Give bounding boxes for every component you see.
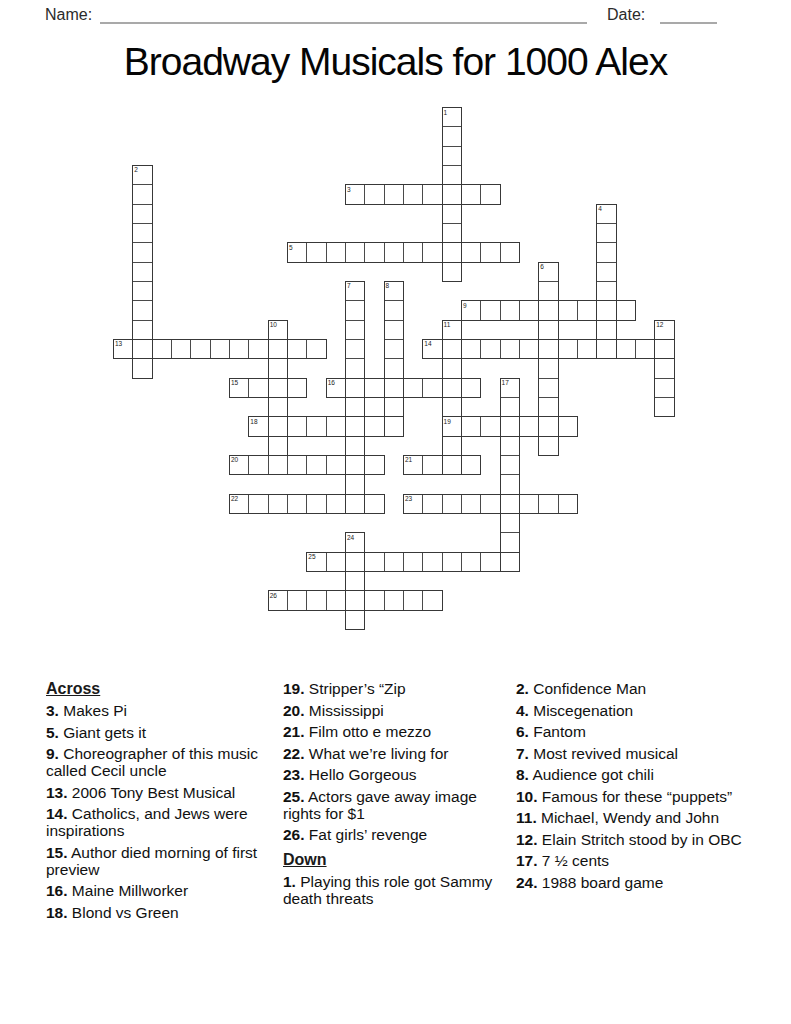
clue-text: Elain Stritch stood by in OBC [538,831,742,848]
cell-r14-c6[interactable] [229,378,249,398]
clue-column-across: Across3. Makes Pi5. Giant gets it9. Chor… [46,680,282,925]
clue-text: Audience got chili [529,766,654,783]
crossword-grid: 1234567891011121314151617181920212223242… [113,107,677,632]
cell-r4-c19[interactable] [480,184,500,204]
cell-r11-c25[interactable] [596,320,616,340]
cell-r14-c8[interactable] [268,378,288,398]
cell-r18-c17[interactable] [442,455,462,475]
cell-r20-c22[interactable] [538,494,558,514]
cell-r15-c8[interactable] [268,397,288,417]
clue-number: 26. [283,826,305,843]
cell-r18-c13[interactable] [364,455,384,475]
cell-r16-c8[interactable] [268,416,288,436]
cell-r12-c10[interactable] [306,339,326,359]
cell-r14-c14[interactable] [384,378,404,398]
cell-r23-c12[interactable] [345,552,365,572]
cell-r7-c11[interactable] [326,242,346,262]
cell-r2-c17[interactable] [442,146,462,166]
cell-r23-c17[interactable] [442,552,462,572]
cell-r20-c9[interactable] [287,494,307,514]
cell-r21-c20[interactable] [500,513,520,533]
cell-r14-c12[interactable] [345,378,365,398]
cell-r10-c25[interactable] [596,300,616,320]
clue-text: Actors gave away image rights for $1 [283,788,477,822]
cell-r6-c25[interactable] [596,223,616,243]
cell-r15-c12[interactable] [345,397,365,417]
cell-r19-c12[interactable] [345,474,365,494]
clue-text: Blond vs Green [68,904,179,921]
cell-r6-c17[interactable] [442,223,462,243]
clue-number: 22. [283,745,305,762]
cell-r4-c1[interactable] [132,184,152,204]
cell-r12-c18[interactable] [461,339,481,359]
cell-r5-c17[interactable] [442,204,462,224]
cell-r23-c11[interactable] [326,552,346,572]
clue-across-26: 26. Fat girls’ revenge [283,826,497,843]
cell-r9-c14[interactable] [384,281,404,301]
cell-r12-c8[interactable] [268,339,288,359]
cell-r18-c9[interactable] [287,455,307,475]
cell-r15-c17[interactable] [442,397,462,417]
clue-text: Catholics, and Jews were inspirations [46,805,248,839]
cell-r16-c23[interactable] [558,416,578,436]
clue-across-18: 18. Blond vs Green [46,904,282,921]
cell-r4-c12[interactable] [345,184,365,204]
cell-r20-c11[interactable] [326,494,346,514]
cell-r12-c21[interactable] [519,339,539,359]
clue-number: 16. [46,882,68,899]
clue-across-20: 20. Mississippi [283,702,497,719]
cell-r12-c19[interactable] [480,339,500,359]
cell-r10-c14[interactable] [384,300,404,320]
cell-r20-c6[interactable] [229,494,249,514]
cell-r25-c8[interactable] [268,590,288,610]
cell-r15-c22[interactable] [538,397,558,417]
cell-r5-c25[interactable] [596,204,616,224]
cell-r10-c21[interactable] [519,300,539,320]
cell-r10-c22[interactable] [538,300,558,320]
clue-text: Hello Gorgeous [305,766,417,783]
cell-r23-c16[interactable] [422,552,442,572]
cell-r8-c17[interactable] [442,262,462,282]
cell-r16-c10[interactable] [306,416,326,436]
cell-r4-c13[interactable] [364,184,384,204]
cell-r18-c6[interactable] [229,455,249,475]
clue-text: Giant gets it [59,724,146,741]
cell-r14-c9[interactable] [287,378,307,398]
cell-r12-c12[interactable] [345,339,365,359]
clue-across-22: 22. What we’re living for [283,745,497,762]
worksheet-page: { "game": "crossword", "title": "Broadwa… [0,0,791,1024]
cell-r10-c20[interactable] [500,300,520,320]
clue-across-9: 9. Choreographer of this music called Ce… [46,745,282,779]
clue-down-1: 1. Playing this role got Sammy death thr… [283,873,497,907]
cell-r8-c25[interactable] [596,262,616,282]
cell-r17-c12[interactable] [345,436,365,456]
cell-r16-c20[interactable] [500,416,520,436]
clue-text: Confidence Man [529,680,646,697]
cell-r14-c7[interactable] [248,378,268,398]
clue-down-10: 10. Famous for these “puppets” [516,788,742,805]
cell-r4-c14[interactable] [384,184,404,204]
cell-r7-c12[interactable] [345,242,365,262]
clue-down-11: 11. Michael, Wendy and John [516,809,742,826]
cell-r12-c1[interactable] [132,339,152,359]
clue-number: 10. [516,788,538,805]
clue-number: 21. [283,723,305,740]
cell-r12-c6[interactable] [229,339,249,359]
clue-number: 8. [516,766,529,783]
clue-down-17: 17. 7 ½ cents [516,852,742,869]
cell-r10-c1[interactable] [132,300,152,320]
cell-r5-c1[interactable] [132,204,152,224]
cell-r10-c23[interactable] [558,300,578,320]
cell-r16-c12[interactable] [345,416,365,436]
clue-number: 13. [46,784,68,801]
cell-r16-c7[interactable] [248,416,268,436]
cell-r14-c15[interactable] [403,378,423,398]
cell-r18-c10[interactable] [306,455,326,475]
cell-r20-c20[interactable] [500,494,520,514]
cell-r17-c22[interactable] [538,436,558,456]
clue-number: 23. [283,766,305,783]
clue-text: 7 ½ cents [538,852,610,869]
cell-r18-c7[interactable] [248,455,268,475]
cell-r24-c12[interactable] [345,571,365,591]
cell-r20-c16[interactable] [422,494,442,514]
clue-across-13: 13. 2006 Tony Best Musical [46,784,282,801]
cell-r10-c18[interactable] [461,300,481,320]
cell-r11-c17[interactable] [442,320,462,340]
name-label: Name: [45,6,92,24]
cell-r14-c22[interactable] [538,378,558,398]
cell-r7-c13[interactable] [364,242,384,262]
clue-number: 25. [283,788,305,805]
cell-r12-c14[interactable] [384,339,404,359]
cell-r9-c12[interactable] [345,281,365,301]
cell-r23-c20[interactable] [500,552,520,572]
cell-r25-c12[interactable] [345,590,365,610]
clue-number: 15. [46,844,68,861]
clue-text: Fat girls’ revenge [305,826,428,843]
cell-r23-c14[interactable] [384,552,404,572]
cell-r4-c17[interactable] [442,184,462,204]
clue-down-7: 7. Most revived musical [516,745,742,762]
clue-number: 5. [46,724,59,741]
clue-text: Playing this role got Sammy death threat… [283,873,492,907]
cell-r12-c16[interactable] [422,339,442,359]
clue-across-19: 19. Stripper’s “Zip [283,680,497,697]
cell-r16-c11[interactable] [326,416,346,436]
cell-r9-c22[interactable] [538,281,558,301]
cell-r13-c1[interactable] [132,358,152,378]
cell-r15-c20[interactable] [500,397,520,417]
cell-r16-c22[interactable] [538,416,558,436]
cell-r12-c4[interactable] [190,339,210,359]
cell-r25-c13[interactable] [364,590,384,610]
cell-r12-c7[interactable] [248,339,268,359]
cell-r8-c1[interactable] [132,262,152,282]
name-fill-line [100,22,587,24]
cell-r25-c10[interactable] [306,590,326,610]
cell-r10-c24[interactable] [577,300,597,320]
clue-down-6: 6. Fantom [516,723,742,740]
puzzle-title: Broadway Musicals for 1000 Alex [0,40,791,84]
cell-r26-c12[interactable] [345,610,365,630]
clue-number: 9. [46,745,59,762]
cell-r11-c1[interactable] [132,320,152,340]
cell-r16-c9[interactable] [287,416,307,436]
cell-r7-c19[interactable] [480,242,500,262]
down-heading: Down [283,851,497,868]
cell-r12-c28[interactable] [654,339,674,359]
cell-r23-c18[interactable] [461,552,481,572]
clue-down-24: 24. 1988 board game [516,874,742,891]
cell-r20-c12[interactable] [345,494,365,514]
across-heading: Across [46,680,282,697]
cell-r4-c16[interactable] [422,184,442,204]
cell-r18-c11[interactable] [326,455,346,475]
cell-r17-c17[interactable] [442,436,462,456]
clue-across-25: 25. Actors gave away image rights for $1 [283,788,497,822]
cell-r18-c20[interactable] [500,455,520,475]
clue-number: 20. [283,702,305,719]
cell-r23-c19[interactable] [480,552,500,572]
cell-r16-c21[interactable] [519,416,539,436]
cell-r7-c15[interactable] [403,242,423,262]
cell-r12-c23[interactable] [558,339,578,359]
clue-number: 19. [283,680,305,697]
clue-number: 12. [516,831,538,848]
clue-text: 2006 Tony Best Musical [68,784,236,801]
cell-r18-c18[interactable] [461,455,481,475]
cell-r23-c15[interactable] [403,552,423,572]
cell-r13-c14[interactable] [384,358,404,378]
cell-r4-c18[interactable] [461,184,481,204]
cell-r10-c19[interactable] [480,300,500,320]
clue-across-21: 21. Film otto e mezzo [283,723,497,740]
cell-r14-c17[interactable] [442,378,462,398]
cell-r12-c24[interactable] [577,339,597,359]
cell-r13-c28[interactable] [654,358,674,378]
clue-text: Makes Pi [59,702,127,719]
cell-r12-c25[interactable] [596,339,616,359]
cell-r18-c15[interactable] [403,455,423,475]
clue-text: Maine Millworker [68,882,189,899]
cell-r3-c1[interactable] [132,165,152,185]
clue-number: 2. [516,680,529,697]
cell-r12-c20[interactable] [500,339,520,359]
cell-r25-c15[interactable] [403,590,423,610]
cell-r16-c14[interactable] [384,416,404,436]
cell-r10-c12[interactable] [345,300,365,320]
clue-text: Famous for these “puppets” [538,788,733,805]
clue-across-23: 23. Hello Gorgeous [283,766,497,783]
clue-across-15: 15. Author died morning of first preview [46,844,282,878]
cell-r16-c13[interactable] [364,416,384,436]
clue-number: 6. [516,723,529,740]
clue-text: Fantom [529,723,586,740]
cell-r20-c8[interactable] [268,494,288,514]
clue-across-14: 14. Catholics, and Jews were inspiration… [46,805,282,839]
cell-r12-c3[interactable] [171,339,191,359]
cell-r13-c8[interactable] [268,358,288,378]
clue-across-3: 3. Makes Pi [46,702,282,719]
clue-across-5: 5. Giant gets it [46,724,282,741]
cell-r1-c17[interactable] [442,126,462,146]
clue-text: Most revived musical [529,745,678,762]
cell-r20-c18[interactable] [461,494,481,514]
clue-text: Film otto e mezzo [305,723,432,740]
clue-number: 17. [516,852,538,869]
cell-r12-c9[interactable] [287,339,307,359]
cell-r16-c19[interactable] [480,416,500,436]
clue-down-8: 8. Audience got chili [516,766,742,783]
cell-r10-c26[interactable] [616,300,636,320]
cell-r7-c1[interactable] [132,242,152,262]
cell-r20-c19[interactable] [480,494,500,514]
clue-text: Author died morning of first preview [46,844,257,878]
cell-r20-c17[interactable] [442,494,462,514]
cell-r14-c13[interactable] [364,378,384,398]
cell-r13-c12[interactable] [345,358,365,378]
cell-r6-c1[interactable] [132,223,152,243]
cell-r25-c16[interactable] [422,590,442,610]
cell-r12-c0[interactable] [113,339,133,359]
cell-r20-c23[interactable] [558,494,578,514]
cell-r25-c11[interactable] [326,590,346,610]
cell-r7-c17[interactable] [442,242,462,262]
cell-r15-c14[interactable] [384,397,404,417]
cell-r23-c10[interactable] [306,552,326,572]
cell-r9-c25[interactable] [596,281,616,301]
clue-text: Miscegenation [529,702,633,719]
clue-text: Stripper’s “Zip [305,680,406,697]
cell-r22-c20[interactable] [500,532,520,552]
cell-r9-c1[interactable] [132,281,152,301]
cell-r7-c16[interactable] [422,242,442,262]
cell-r4-c15[interactable] [403,184,423,204]
cell-r12-c27[interactable] [635,339,655,359]
clue-across-16: 16. Maine Millworker [46,882,282,899]
clue-down-2: 2. Confidence Man [516,680,742,697]
clue-column-down: 2. Confidence Man4. Miscegenation6. Fant… [516,680,742,895]
clue-number: 4. [516,702,529,719]
cell-r11-c22[interactable] [538,320,558,340]
cell-r17-c20[interactable] [500,436,520,456]
date-fill-line [660,22,717,24]
cell-r7-c18[interactable] [461,242,481,262]
cell-r19-c20[interactable] [500,474,520,494]
cell-r20-c7[interactable] [248,494,268,514]
clue-text: Choreographer of this music called Cecil… [46,745,258,779]
cell-r14-c20[interactable] [500,378,520,398]
clue-text: 1988 board game [538,874,664,891]
clue-number: 24. [516,874,538,891]
clue-down-12: 12. Elain Stritch stood by in OBC [516,831,742,848]
cell-r3-c17[interactable] [442,165,462,185]
clue-text: Mississippi [305,702,384,719]
clue-text: What we’re living for [305,745,449,762]
cell-r11-c28[interactable] [654,320,674,340]
cell-r11-c8[interactable] [268,320,288,340]
cell-r14-c28[interactable] [654,378,674,398]
cell-r25-c14[interactable] [384,590,404,610]
cell-r15-c28[interactable] [654,397,674,417]
cell-r12-c2[interactable] [152,339,172,359]
clue-number: 7. [516,745,529,762]
clue-number: 11. [516,809,537,826]
clue-number: 18. [46,904,68,921]
cell-r16-c17[interactable] [442,416,462,436]
cell-r14-c16[interactable] [422,378,442,398]
cell-r14-c11[interactable] [326,378,346,398]
clue-column-middle: 19. Stripper’s “Zip20. Mississippi21. Fi… [283,680,497,912]
cell-r7-c9[interactable] [287,242,307,262]
cell-r12-c17[interactable] [442,339,462,359]
cell-r20-c21[interactable] [519,494,539,514]
cell-r13-c17[interactable] [442,358,462,378]
cell-r18-c16[interactable] [422,455,442,475]
cell-r20-c10[interactable] [306,494,326,514]
cell-r0-c17[interactable] [442,107,462,127]
cell-r8-c22[interactable] [538,262,558,282]
cell-r14-c18[interactable] [461,378,481,398]
cell-r17-c8[interactable] [268,436,288,456]
cell-r20-c15[interactable] [403,494,423,514]
cell-r18-c8[interactable] [268,455,288,475]
cell-r7-c14[interactable] [384,242,404,262]
cell-r12-c5[interactable] [210,339,230,359]
cell-r11-c14[interactable] [384,320,404,340]
cell-r12-c26[interactable] [616,339,636,359]
cell-r7-c10[interactable] [306,242,326,262]
cell-r20-c13[interactable] [364,494,384,514]
date-label: Date: [607,6,645,24]
cell-r7-c20[interactable] [500,242,520,262]
cell-r13-c22[interactable] [538,358,558,378]
clue-number: 14. [46,805,68,822]
cell-r18-c12[interactable] [345,455,365,475]
clue-text: Michael, Wendy and John [537,809,719,826]
clue-number: 3. [46,702,59,719]
cell-r7-c25[interactable] [596,242,616,262]
clue-number: 1. [283,873,296,890]
cell-r16-c18[interactable] [461,416,481,436]
clue-down-4: 4. Miscegenation [516,702,742,719]
cell-r12-c22[interactable] [538,339,558,359]
cell-r11-c12[interactable] [345,320,365,340]
cell-r23-c13[interactable] [364,552,384,572]
cell-r25-c9[interactable] [287,590,307,610]
cell-r22-c12[interactable] [345,532,365,552]
